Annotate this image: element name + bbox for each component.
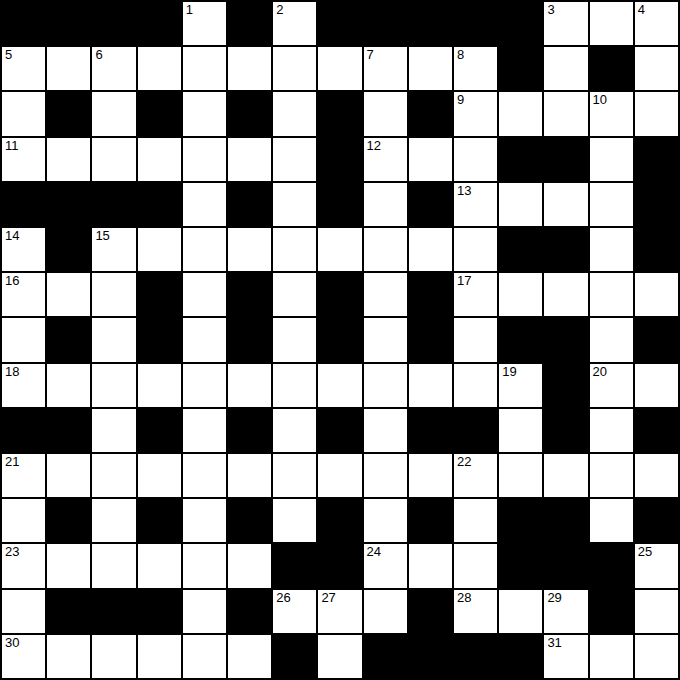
black-cell-r9c0: [2, 409, 45, 452]
black-cell-r9c3: [138, 409, 181, 452]
white-cell-r13c14[interactable]: [635, 590, 678, 633]
black-cell-r2c3: [138, 92, 181, 135]
black-cell-r14c8: [364, 635, 407, 678]
clue-number: 16: [5, 273, 19, 288]
clue-number: 27: [321, 590, 335, 605]
black-cell-r9c12: [544, 409, 587, 452]
black-cell-r12c12: [544, 544, 587, 587]
white-cell-r0c6[interactable]: 2: [273, 2, 316, 45]
white-cell-r4c6[interactable]: [273, 183, 316, 226]
white-cell-r13c12[interactable]: 29: [544, 590, 587, 633]
white-cell-r2c14[interactable]: [635, 92, 678, 135]
white-cell-r4c11[interactable]: [499, 183, 542, 226]
black-cell-r11c3: [138, 499, 181, 542]
white-cell-r11c8[interactable]: [364, 499, 407, 542]
black-cell-r0c0: [2, 2, 45, 45]
white-cell-r6c14[interactable]: [635, 273, 678, 316]
white-cell-r9c6[interactable]: [273, 409, 316, 452]
black-cell-r7c9: [409, 318, 452, 361]
white-cell-r12c5[interactable]: [228, 544, 271, 587]
black-cell-r0c2: [92, 2, 135, 45]
white-cell-r2c0[interactable]: [2, 92, 45, 135]
white-cell-r12c2[interactable]: [92, 544, 135, 587]
clue-number: 17: [457, 273, 471, 288]
white-cell-r6c12[interactable]: [544, 273, 587, 316]
white-cell-r6c10[interactable]: 17: [454, 273, 497, 316]
clue-number: 24: [367, 544, 381, 559]
white-cell-r2c13[interactable]: 10: [590, 92, 633, 135]
black-cell-r14c10: [454, 635, 497, 678]
white-cell-r5c7[interactable]: [318, 228, 361, 271]
black-cell-r12c13: [590, 544, 633, 587]
white-cell-r3c0[interactable]: 11: [2, 138, 45, 181]
black-cell-r2c7: [318, 92, 361, 135]
white-cell-r8c13[interactable]: 20: [590, 364, 633, 407]
white-cell-r2c8[interactable]: [364, 92, 407, 135]
white-cell-r5c5[interactable]: [228, 228, 271, 271]
black-cell-r2c5: [228, 92, 271, 135]
black-cell-r11c1: [47, 499, 90, 542]
black-cell-r0c1: [47, 2, 90, 45]
white-cell-r9c11[interactable]: [499, 409, 542, 452]
white-cell-r2c12[interactable]: [544, 92, 587, 135]
white-cell-r0c14[interactable]: 4: [635, 2, 678, 45]
clue-number: 29: [547, 590, 561, 605]
clue-number: 7: [367, 47, 374, 62]
white-cell-r2c11[interactable]: [499, 92, 542, 135]
white-cell-r9c2[interactable]: [92, 409, 135, 452]
white-cell-r5c8[interactable]: [364, 228, 407, 271]
black-cell-r1c11: [499, 47, 542, 90]
white-cell-r1c6[interactable]: [273, 47, 316, 90]
white-cell-r3c8[interactable]: 12: [364, 138, 407, 181]
white-cell-r5c9[interactable]: [409, 228, 452, 271]
white-cell-r1c10[interactable]: 8: [454, 47, 497, 90]
white-cell-r11c6[interactable]: [273, 499, 316, 542]
black-cell-r9c5: [228, 409, 271, 452]
black-cell-r14c9: [409, 635, 452, 678]
clue-number: 14: [5, 228, 19, 243]
white-cell-r1c4[interactable]: [183, 47, 226, 90]
white-cell-r3c5[interactable]: [228, 138, 271, 181]
white-cell-r3c3[interactable]: [138, 138, 181, 181]
white-cell-r6c2[interactable]: [92, 273, 135, 316]
white-cell-r10c4[interactable]: [183, 454, 226, 497]
black-cell-r9c10: [454, 409, 497, 452]
white-cell-r0c13[interactable]: [590, 2, 633, 45]
white-cell-r14c4[interactable]: [183, 635, 226, 678]
white-cell-r7c10[interactable]: [454, 318, 497, 361]
black-cell-r8c12: [544, 364, 587, 407]
white-cell-r1c5[interactable]: [228, 47, 271, 90]
black-cell-r7c14: [635, 318, 678, 361]
white-cell-r10c7[interactable]: [318, 454, 361, 497]
white-cell-r4c10[interactable]: 13: [454, 183, 497, 226]
white-cell-r6c4[interactable]: [183, 273, 226, 316]
black-cell-r11c11: [499, 499, 542, 542]
black-cell-r6c7: [318, 273, 361, 316]
white-cell-r3c1[interactable]: [47, 138, 90, 181]
black-cell-r13c2: [92, 590, 135, 633]
clue-number: 15: [95, 228, 109, 243]
clue-number: 25: [638, 544, 652, 559]
white-cell-r12c9[interactable]: [409, 544, 452, 587]
white-cell-r8c4[interactable]: [183, 364, 226, 407]
white-cell-r5c13[interactable]: [590, 228, 633, 271]
white-cell-r0c12[interactable]: 3: [544, 2, 587, 45]
black-cell-r3c14: [635, 138, 678, 181]
white-cell-r9c8[interactable]: [364, 409, 407, 452]
white-cell-r8c9[interactable]: [409, 364, 452, 407]
white-cell-r12c10[interactable]: [454, 544, 497, 587]
white-cell-r13c6[interactable]: 26: [273, 590, 316, 633]
white-cell-r10c13[interactable]: [590, 454, 633, 497]
white-cell-r14c5[interactable]: [228, 635, 271, 678]
black-cell-r3c7: [318, 138, 361, 181]
white-cell-r1c12[interactable]: [544, 47, 587, 90]
white-cell-r3c2[interactable]: [92, 138, 135, 181]
white-cell-r3c4[interactable]: [183, 138, 226, 181]
white-cell-r5c2[interactable]: 15: [92, 228, 135, 271]
white-cell-r8c6[interactable]: [273, 364, 316, 407]
white-cell-r12c3[interactable]: [138, 544, 181, 587]
clue-number: 18: [5, 364, 19, 379]
white-cell-r1c7[interactable]: [318, 47, 361, 90]
black-cell-r2c1: [47, 92, 90, 135]
white-cell-r6c8[interactable]: [364, 273, 407, 316]
white-cell-r1c3[interactable]: [138, 47, 181, 90]
clue-number: 12: [367, 138, 381, 153]
white-cell-r2c6[interactable]: [273, 92, 316, 135]
black-cell-r12c7: [318, 544, 361, 587]
black-cell-r3c11: [499, 138, 542, 181]
white-cell-r7c4[interactable]: [183, 318, 226, 361]
black-cell-r0c3: [138, 2, 181, 45]
white-cell-r10c3[interactable]: [138, 454, 181, 497]
black-cell-r9c14: [635, 409, 678, 452]
black-cell-r5c11: [499, 228, 542, 271]
white-cell-r8c5[interactable]: [228, 364, 271, 407]
white-cell-r5c4[interactable]: [183, 228, 226, 271]
white-cell-r13c7[interactable]: 27: [318, 590, 361, 633]
white-cell-r8c2[interactable]: [92, 364, 135, 407]
black-cell-r4c3: [138, 183, 181, 226]
white-cell-r14c14[interactable]: [635, 635, 678, 678]
white-cell-r4c8[interactable]: [364, 183, 407, 226]
white-cell-r2c2[interactable]: [92, 92, 135, 135]
black-cell-r5c12: [544, 228, 587, 271]
crossword-board: 1234567891011121314151617181920212223242…: [0, 0, 680, 680]
black-cell-r7c1: [47, 318, 90, 361]
white-cell-r6c11[interactable]: [499, 273, 542, 316]
clue-number: 1: [186, 2, 193, 17]
black-cell-r4c9: [409, 183, 452, 226]
black-cell-r11c5: [228, 499, 271, 542]
black-cell-r6c9: [409, 273, 452, 316]
black-cell-r4c2: [92, 183, 135, 226]
white-cell-r6c0[interactable]: 16: [2, 273, 45, 316]
white-cell-r14c2[interactable]: [92, 635, 135, 678]
black-cell-r7c5: [228, 318, 271, 361]
black-cell-r9c9: [409, 409, 452, 452]
white-cell-r10c11[interactable]: [499, 454, 542, 497]
white-cell-r8c0[interactable]: 18: [2, 364, 45, 407]
clue-number: 31: [547, 635, 561, 650]
white-cell-r14c3[interactable]: [138, 635, 181, 678]
white-cell-r5c0[interactable]: 14: [2, 228, 45, 271]
white-cell-r8c1[interactable]: [47, 364, 90, 407]
white-cell-r1c2[interactable]: 6: [92, 47, 135, 90]
black-cell-r0c10: [454, 2, 497, 45]
black-cell-r13c5: [228, 590, 271, 633]
white-cell-r12c8[interactable]: 24: [364, 544, 407, 587]
white-cell-r6c13[interactable]: [590, 273, 633, 316]
clue-number: 13: [457, 183, 471, 198]
clue-number: 26: [276, 590, 290, 605]
white-cell-r8c3[interactable]: [138, 364, 181, 407]
clue-number: 8: [457, 47, 464, 62]
black-cell-r13c1: [47, 590, 90, 633]
black-cell-r5c14: [635, 228, 678, 271]
clue-number: 4: [638, 2, 645, 17]
black-cell-r4c14: [635, 183, 678, 226]
white-cell-r14c12[interactable]: 31: [544, 635, 587, 678]
white-cell-r14c13[interactable]: [590, 635, 633, 678]
white-cell-r6c1[interactable]: [47, 273, 90, 316]
black-cell-r7c3: [138, 318, 181, 361]
black-cell-r11c7: [318, 499, 361, 542]
white-cell-r7c13[interactable]: [590, 318, 633, 361]
white-cell-r6c6[interactable]: [273, 273, 316, 316]
white-cell-r13c4[interactable]: [183, 590, 226, 633]
black-cell-r12c11: [499, 544, 542, 587]
black-cell-r13c13: [590, 590, 633, 633]
clue-number: 2: [276, 2, 283, 17]
black-cell-r12c6: [273, 544, 316, 587]
black-cell-r3c12: [544, 138, 587, 181]
white-cell-r10c8[interactable]: [364, 454, 407, 497]
black-cell-r13c9: [409, 590, 452, 633]
white-cell-r10c0[interactable]: 21: [2, 454, 45, 497]
white-cell-r1c9[interactable]: [409, 47, 452, 90]
clue-number: 20: [593, 364, 607, 379]
black-cell-r0c11: [499, 2, 542, 45]
clue-number: 10: [593, 92, 607, 107]
white-cell-r3c9[interactable]: [409, 138, 452, 181]
white-cell-r2c10[interactable]: 9: [454, 92, 497, 135]
white-cell-r12c14[interactable]: 25: [635, 544, 678, 587]
clue-number: 5: [5, 47, 12, 62]
black-cell-r4c1: [47, 183, 90, 226]
white-cell-r5c6[interactable]: [273, 228, 316, 271]
black-cell-r7c7: [318, 318, 361, 361]
white-cell-r0c4[interactable]: 1: [183, 2, 226, 45]
white-cell-r14c1[interactable]: [47, 635, 90, 678]
white-cell-r13c8[interactable]: [364, 590, 407, 633]
black-cell-r6c5: [228, 273, 271, 316]
clue-number: 3: [547, 2, 554, 17]
white-cell-r10c10[interactable]: 22: [454, 454, 497, 497]
white-cell-r1c1[interactable]: [47, 47, 90, 90]
white-cell-r5c3[interactable]: [138, 228, 181, 271]
white-cell-r12c4[interactable]: [183, 544, 226, 587]
white-cell-r3c13[interactable]: [590, 138, 633, 181]
white-cell-r11c13[interactable]: [590, 499, 633, 542]
white-cell-r13c0[interactable]: [2, 590, 45, 633]
clue-number: 30: [5, 635, 19, 650]
black-cell-r9c1: [47, 409, 90, 452]
white-cell-r7c8[interactable]: [364, 318, 407, 361]
white-cell-r1c0[interactable]: 5: [2, 47, 45, 90]
white-cell-r10c2[interactable]: [92, 454, 135, 497]
black-cell-r14c6: [273, 635, 316, 678]
white-cell-r8c10[interactable]: [454, 364, 497, 407]
black-cell-r5c1: [47, 228, 90, 271]
black-cell-r0c7: [318, 2, 361, 45]
black-cell-r14c11: [499, 635, 542, 678]
black-cell-r13c3: [138, 590, 181, 633]
clue-number: 19: [502, 364, 516, 379]
white-cell-r7c0[interactable]: [2, 318, 45, 361]
white-cell-r3c10[interactable]: [454, 138, 497, 181]
black-cell-r0c9: [409, 2, 452, 45]
black-cell-r0c8: [364, 2, 407, 45]
white-cell-r10c6[interactable]: [273, 454, 316, 497]
black-cell-r11c14: [635, 499, 678, 542]
black-cell-r4c7: [318, 183, 361, 226]
white-cell-r14c0[interactable]: 30: [2, 635, 45, 678]
black-cell-r2c9: [409, 92, 452, 135]
white-cell-r7c2[interactable]: [92, 318, 135, 361]
white-cell-r10c1[interactable]: [47, 454, 90, 497]
white-cell-r11c10[interactable]: [454, 499, 497, 542]
white-cell-r10c9[interactable]: [409, 454, 452, 497]
clue-number: 28: [457, 590, 471, 605]
white-cell-r1c14[interactable]: [635, 47, 678, 90]
white-cell-r9c13[interactable]: [590, 409, 633, 452]
black-cell-r4c5: [228, 183, 271, 226]
white-cell-r5c10[interactable]: [454, 228, 497, 271]
white-cell-r11c0[interactable]: [2, 499, 45, 542]
white-cell-r10c12[interactable]: [544, 454, 587, 497]
black-cell-r0c5: [228, 2, 271, 45]
black-cell-r6c3: [138, 273, 181, 316]
black-cell-r9c7: [318, 409, 361, 452]
black-cell-r4c0: [2, 183, 45, 226]
white-cell-r13c11[interactable]: [499, 590, 542, 633]
black-cell-r1c13: [590, 47, 633, 90]
white-cell-r10c14[interactable]: [635, 454, 678, 497]
black-cell-r7c12: [544, 318, 587, 361]
white-cell-r8c11[interactable]: 19: [499, 364, 542, 407]
white-cell-r10c5[interactable]: [228, 454, 271, 497]
black-cell-r11c12: [544, 499, 587, 542]
white-cell-r8c14[interactable]: [635, 364, 678, 407]
white-cell-r2c4[interactable]: [183, 92, 226, 135]
white-cell-r1c8[interactable]: 7: [364, 47, 407, 90]
black-cell-r7c11: [499, 318, 542, 361]
white-cell-r13c10[interactable]: 28: [454, 590, 497, 633]
white-cell-r4c12[interactable]: [544, 183, 587, 226]
clue-number: 23: [5, 544, 19, 559]
white-cell-r11c4[interactable]: [183, 499, 226, 542]
white-cell-r12c0[interactable]: 23: [2, 544, 45, 587]
white-cell-r4c4[interactable]: [183, 183, 226, 226]
white-cell-r8c7[interactable]: [318, 364, 361, 407]
black-cell-r11c9: [409, 499, 452, 542]
clue-number: 11: [5, 138, 19, 153]
clue-number: 22: [457, 454, 471, 469]
white-cell-r4c13[interactable]: [590, 183, 633, 226]
clue-number: 6: [95, 47, 102, 62]
white-cell-r9c4[interactable]: [183, 409, 226, 452]
clue-number: 9: [457, 92, 464, 107]
white-cell-r7c6[interactable]: [273, 318, 316, 361]
white-cell-r11c2[interactable]: [92, 499, 135, 542]
white-cell-r12c1[interactable]: [47, 544, 90, 587]
white-cell-r3c6[interactable]: [273, 138, 316, 181]
white-cell-r8c8[interactable]: [364, 364, 407, 407]
clue-number: 21: [5, 454, 19, 469]
white-cell-r14c7[interactable]: [318, 635, 361, 678]
